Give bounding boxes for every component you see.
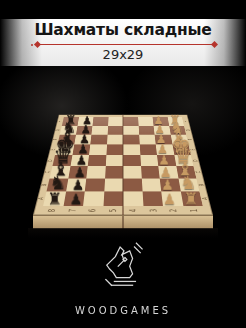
- file-label-G: G: [177, 129, 199, 132]
- file-label-E: E: [181, 148, 204, 151]
- piece-cell: [123, 126, 138, 135]
- piece-cell: [137, 117, 152, 125]
- piece-cell: [88, 166, 106, 178]
- piece-cell: [140, 166, 158, 178]
- file-label-D: D: [184, 159, 208, 162]
- piece-cell: [123, 166, 140, 178]
- file-label-C: C: [35, 170, 60, 174]
- board-scene: ♜♟♟♜♞♟♟♞♝♟♟♝♚♟♟♚♛♟♟♛♝♟♟♝♞♟♟♞♜♟♟♜ 8765432…: [33, 0, 213, 215]
- brand-name: WOODGAMES: [0, 305, 246, 316]
- piece-cell: [137, 126, 152, 135]
- piece-cell: [108, 126, 123, 135]
- piece-cell: [138, 135, 154, 145]
- piece-cell: [123, 155, 140, 166]
- piece-cell: [106, 155, 123, 166]
- piece-cell: [108, 135, 123, 145]
- piece-cell: [123, 117, 137, 125]
- file-label-E: E: [41, 148, 64, 151]
- file-label-H: H: [176, 120, 197, 122]
- board-box-edge: [33, 215, 213, 229]
- piece-cell: [94, 117, 109, 125]
- piece-cell: ♟: [69, 178, 88, 191]
- board-shadow: [28, 228, 218, 238]
- piece-cell: [139, 155, 156, 166]
- brand-logo: WOODGAMES: [0, 241, 246, 316]
- file-label-F: F: [44, 138, 66, 141]
- file-label-G: G: [47, 129, 69, 132]
- file-label-A: A: [27, 197, 54, 201]
- piece-cell: ♟: [157, 178, 176, 191]
- piece-cell: [106, 166, 123, 178]
- piece-cell: [92, 135, 108, 145]
- file-label-F: F: [179, 138, 201, 141]
- file-label-H: H: [50, 120, 71, 122]
- piece-cell: [90, 155, 107, 166]
- piece-cell: [109, 117, 123, 125]
- piece-cell: [105, 178, 123, 191]
- piece-cell: [87, 178, 106, 191]
- file-label-B: B: [31, 183, 57, 187]
- file-label-A: A: [191, 197, 218, 201]
- piece-cell: [107, 144, 123, 154]
- piece-cell: [93, 126, 108, 135]
- knight-lineart-icon: [101, 241, 145, 297]
- piece-cell: [123, 135, 138, 145]
- piece-cell: [138, 144, 155, 154]
- file-label-B: B: [189, 183, 215, 187]
- piece-cell: [91, 144, 108, 154]
- file-label-C: C: [186, 170, 211, 174]
- piece-cell: [140, 178, 159, 191]
- file-label-D: D: [38, 159, 62, 162]
- piece-cell: [123, 144, 139, 154]
- chess-board: ♜♟♟♜♞♟♟♞♝♟♟♝♚♟♟♚♛♟♟♛♝♟♟♝♞♟♟♞♜♟♟♜ 8765432…: [33, 115, 213, 215]
- piece-cell: [123, 178, 141, 191]
